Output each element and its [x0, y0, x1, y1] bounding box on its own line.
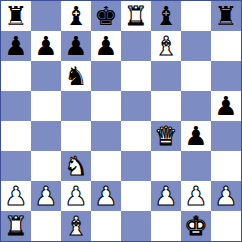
white-pawn[interactable]: ♟: [184, 183, 207, 209]
white-pawn[interactable]: ♟: [64, 183, 87, 209]
square-h3[interactable]: [211, 151, 241, 181]
square-c8[interactable]: ♝: [61, 1, 91, 31]
square-b8[interactable]: [31, 1, 61, 31]
square-e2[interactable]: [121, 181, 151, 211]
white-pawn[interactable]: ♟: [94, 183, 117, 209]
black-knight[interactable]: ♞: [64, 63, 87, 89]
white-queen[interactable]: ♛: [154, 123, 177, 149]
black-bishop[interactable]: ♝: [154, 3, 177, 29]
square-c5[interactable]: [61, 91, 91, 121]
white-king[interactable]: ♚: [184, 213, 207, 239]
black-rook[interactable]: ♜: [214, 3, 237, 29]
square-c6[interactable]: ♞: [61, 61, 91, 91]
square-f8[interactable]: ♝: [151, 1, 181, 31]
square-e7[interactable]: [121, 31, 151, 61]
black-king[interactable]: ♚: [94, 3, 117, 29]
black-pawn[interactable]: ♟: [64, 33, 87, 59]
square-e4[interactable]: [121, 121, 151, 151]
square-a5[interactable]: [1, 91, 31, 121]
square-d3[interactable]: [91, 151, 121, 181]
black-pawn[interactable]: ♟: [4, 33, 27, 59]
square-b1[interactable]: [31, 211, 61, 241]
square-a2[interactable]: ♟: [1, 181, 31, 211]
square-b4[interactable]: [31, 121, 61, 151]
square-a4[interactable]: [1, 121, 31, 151]
square-g1[interactable]: ♚: [181, 211, 211, 241]
white-pawn[interactable]: ♟: [4, 183, 27, 209]
square-d5[interactable]: [91, 91, 121, 121]
square-b5[interactable]: [31, 91, 61, 121]
square-b7[interactable]: ♟: [31, 31, 61, 61]
square-f5[interactable]: [151, 91, 181, 121]
square-e6[interactable]: [121, 61, 151, 91]
square-d4[interactable]: [91, 121, 121, 151]
square-f3[interactable]: [151, 151, 181, 181]
square-c7[interactable]: ♟: [61, 31, 91, 61]
black-pawn[interactable]: ♟: [34, 33, 57, 59]
white-rook[interactable]: ♜: [124, 3, 147, 29]
square-a7[interactable]: ♟: [1, 31, 31, 61]
square-g6[interactable]: [181, 61, 211, 91]
square-d2[interactable]: ♟: [91, 181, 121, 211]
white-pawn[interactable]: ♟: [34, 183, 57, 209]
square-g5[interactable]: [181, 91, 211, 121]
white-pawn[interactable]: ♟: [214, 183, 237, 209]
white-pawn[interactable]: ♟: [154, 183, 177, 209]
square-d1[interactable]: [91, 211, 121, 241]
square-c4[interactable]: [61, 121, 91, 151]
white-bishop[interactable]: ♝: [154, 33, 177, 59]
square-g4[interactable]: ♟: [181, 121, 211, 151]
black-rook[interactable]: ♜: [4, 3, 27, 29]
square-a1[interactable]: ♜: [1, 211, 31, 241]
square-h8[interactable]: ♜: [211, 1, 241, 31]
square-b6[interactable]: [31, 61, 61, 91]
square-h7[interactable]: [211, 31, 241, 61]
square-f1[interactable]: [151, 211, 181, 241]
square-g7[interactable]: [181, 31, 211, 61]
square-f7[interactable]: ♝: [151, 31, 181, 61]
square-c2[interactable]: ♟: [61, 181, 91, 211]
square-e8[interactable]: ♜: [121, 1, 151, 31]
square-g2[interactable]: ♟: [181, 181, 211, 211]
square-h2[interactable]: ♟: [211, 181, 241, 211]
square-d8[interactable]: ♚: [91, 1, 121, 31]
square-d7[interactable]: ♟: [91, 31, 121, 61]
square-g3[interactable]: [181, 151, 211, 181]
square-e1[interactable]: [121, 211, 151, 241]
square-c3[interactable]: ♞: [61, 151, 91, 181]
square-a6[interactable]: [1, 61, 31, 91]
white-knight[interactable]: ♞: [64, 153, 87, 179]
square-g8[interactable]: [181, 1, 211, 31]
square-c1[interactable]: ♝: [61, 211, 91, 241]
black-pawn[interactable]: ♟: [184, 123, 207, 149]
square-e3[interactable]: [121, 151, 151, 181]
white-rook[interactable]: ♜: [4, 213, 27, 239]
square-e5[interactable]: [121, 91, 151, 121]
square-a3[interactable]: [1, 151, 31, 181]
black-pawn[interactable]: ♟: [94, 33, 117, 59]
square-h5[interactable]: ♟: [211, 91, 241, 121]
square-f6[interactable]: [151, 61, 181, 91]
square-b2[interactable]: ♟: [31, 181, 61, 211]
square-d6[interactable]: [91, 61, 121, 91]
square-f4[interactable]: ♛: [151, 121, 181, 151]
square-a8[interactable]: ♜: [1, 1, 31, 31]
square-b3[interactable]: [31, 151, 61, 181]
chess-board: ♜♝♚♜♝♜♟♟♟♟♝♞♟♛♟♞♟♟♟♟♟♟♟♜♝♚: [0, 0, 242, 242]
black-bishop[interactable]: ♝: [64, 3, 87, 29]
black-pawn[interactable]: ♟: [214, 93, 237, 119]
square-h1[interactable]: [211, 211, 241, 241]
square-f2[interactable]: ♟: [151, 181, 181, 211]
white-bishop[interactable]: ♝: [64, 213, 87, 239]
square-h4[interactable]: [211, 121, 241, 151]
square-h6[interactable]: [211, 61, 241, 91]
chess-board-frame: ♜♝♚♜♝♜♟♟♟♟♝♞♟♛♟♞♟♟♟♟♟♟♟♜♝♚: [0, 0, 242, 242]
